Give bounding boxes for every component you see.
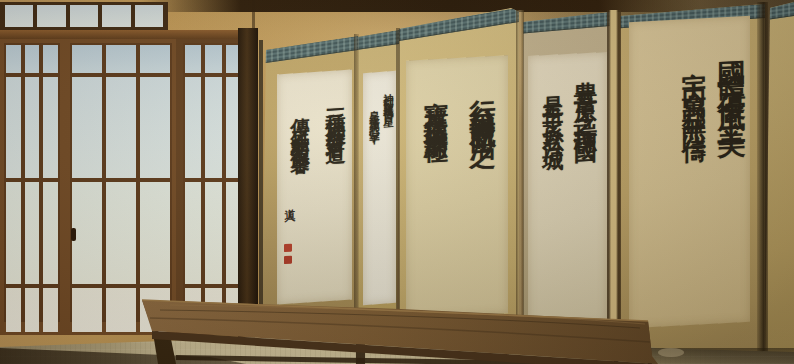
room-photo: 三種神器啓君道 傳之無窮帝德馨 道人 神剣寶鏡傳日星 皇統連綿心宇平 行矣爾就而… xyxy=(0,0,794,364)
wooden-table xyxy=(0,0,794,364)
